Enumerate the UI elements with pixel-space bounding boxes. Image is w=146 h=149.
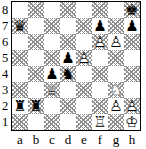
file-label-e: e	[76, 132, 92, 148]
rank-label-7: 7	[0, 18, 10, 34]
square-a8[interactable]	[12, 2, 28, 18]
chess-board: ♚♛♟♟♟♙♟♙♟♟♙♟♞♛♕♞♘♜♜♟♙♟♙♜♖♚♔	[11, 1, 141, 131]
file-label-c: c	[44, 132, 60, 148]
white-K-piece-h1[interactable]: ♔	[124, 114, 140, 130]
square-a6[interactable]	[12, 34, 28, 50]
white-P-piece-g6[interactable]: ♙	[108, 34, 124, 50]
square-f5[interactable]	[92, 50, 108, 66]
square-a3[interactable]	[12, 82, 28, 98]
square-a5[interactable]	[12, 50, 28, 66]
square-f6[interactable]: ♟♙	[92, 34, 108, 50]
square-f7[interactable]: ♟	[92, 18, 108, 34]
square-b5[interactable]	[28, 50, 44, 66]
rank-label-3: 3	[0, 82, 10, 98]
square-g7[interactable]	[108, 18, 124, 34]
square-g4[interactable]	[108, 66, 124, 82]
square-h6[interactable]	[124, 34, 140, 50]
square-g5[interactable]	[108, 50, 124, 66]
square-b4[interactable]	[28, 66, 44, 82]
white-Q-piece-c3[interactable]: ♕	[44, 82, 60, 98]
rank-label-4: 4	[0, 66, 10, 82]
white-P-piece-fill-g6: ♟	[108, 34, 124, 50]
square-f1[interactable]: ♜♖	[92, 114, 108, 130]
white-P-piece-fill-e5: ♟	[76, 50, 92, 66]
square-c7[interactable]	[44, 18, 60, 34]
white-P-piece-g2[interactable]: ♙	[108, 98, 124, 114]
file-label-a: a	[12, 132, 28, 148]
square-a7[interactable]: ♛	[12, 18, 28, 34]
square-c6[interactable]	[44, 34, 60, 50]
square-a4[interactable]	[12, 66, 28, 82]
square-c8[interactable]	[44, 2, 60, 18]
rank-label-2: 2	[0, 98, 10, 114]
square-d2[interactable]	[60, 98, 76, 114]
square-c2[interactable]	[44, 98, 60, 114]
square-d7[interactable]	[60, 18, 76, 34]
white-P-piece-e5[interactable]: ♙	[76, 50, 92, 66]
file-label-f: f	[92, 132, 108, 148]
file-label-g: g	[108, 132, 124, 148]
rank-label-8: 8	[0, 2, 10, 18]
square-b2[interactable]: ♜	[28, 98, 44, 114]
square-f8[interactable]	[92, 2, 108, 18]
square-g6[interactable]: ♟♙	[108, 34, 124, 50]
chess-diagram: 87654321 ♚♛♟♟♟♙♟♙♟♟♙♟♞♛♕♞♘♜♜♟♙♟♙♜♖♚♔ abc…	[0, 0, 146, 149]
square-d3[interactable]	[60, 82, 76, 98]
square-c4[interactable]: ♟	[44, 66, 60, 82]
white-Q-piece-fill-c3: ♛	[44, 82, 60, 98]
white-N-piece-fill-g3: ♞	[108, 82, 124, 98]
square-g2[interactable]: ♟♙	[108, 98, 124, 114]
square-d4[interactable]: ♞	[60, 66, 76, 82]
square-e7[interactable]	[76, 18, 92, 34]
square-h1[interactable]: ♚♔	[124, 114, 140, 130]
square-h8[interactable]: ♚	[124, 2, 140, 18]
white-P-piece-fill-g2: ♟	[108, 98, 124, 114]
square-f3[interactable]	[92, 82, 108, 98]
square-h3[interactable]	[124, 82, 140, 98]
square-a2[interactable]: ♜	[12, 98, 28, 114]
square-d6[interactable]	[60, 34, 76, 50]
file-coordinates: abcdefgh	[12, 132, 140, 148]
black-N-piece-d4[interactable]: ♞	[60, 66, 76, 82]
square-h4[interactable]	[124, 66, 140, 82]
square-b6[interactable]	[28, 34, 44, 50]
square-e4[interactable]	[76, 66, 92, 82]
rank-label-1: 1	[0, 114, 10, 130]
file-label-d: d	[60, 132, 76, 148]
square-g8[interactable]	[108, 2, 124, 18]
square-b1[interactable]	[28, 114, 44, 130]
square-b7[interactable]	[28, 18, 44, 34]
black-Q-piece-a7[interactable]: ♛	[12, 18, 28, 34]
black-R-piece-b2[interactable]: ♜	[28, 98, 44, 114]
square-e2[interactable]	[76, 98, 92, 114]
white-P-piece-h2[interactable]: ♙	[124, 98, 140, 114]
square-g3[interactable]: ♞♘	[108, 82, 124, 98]
square-e8[interactable]	[76, 2, 92, 18]
square-c3[interactable]: ♛♕	[44, 82, 60, 98]
square-g1[interactable]	[108, 114, 124, 130]
square-e3[interactable]	[76, 82, 92, 98]
rank-coordinates: 87654321	[0, 2, 10, 130]
square-d8[interactable]	[60, 2, 76, 18]
square-f2[interactable]	[92, 98, 108, 114]
square-c1[interactable]	[44, 114, 60, 130]
square-h7[interactable]: ♟	[124, 18, 140, 34]
square-a1[interactable]	[12, 114, 28, 130]
black-P-piece-c4[interactable]: ♟	[44, 66, 60, 82]
black-R-piece-a2[interactable]: ♜	[12, 98, 28, 114]
square-b8[interactable]	[28, 2, 44, 18]
black-K-piece-h8[interactable]: ♚	[124, 2, 140, 18]
white-P-piece-fill-h2: ♟	[124, 98, 140, 114]
white-R-piece-fill-f1: ♜	[92, 114, 108, 130]
white-N-piece-g3[interactable]: ♘	[108, 82, 124, 98]
square-b3[interactable]	[28, 82, 44, 98]
square-h2[interactable]: ♟♙	[124, 98, 140, 114]
black-P-piece-h7[interactable]: ♟	[124, 18, 140, 34]
white-P-piece-f6[interactable]: ♙	[92, 34, 108, 50]
rank-label-5: 5	[0, 50, 10, 66]
file-label-b: b	[28, 132, 44, 148]
white-K-piece-fill-h1: ♚	[124, 114, 140, 130]
black-P-piece-f7[interactable]: ♟	[92, 18, 108, 34]
square-e6[interactable]	[76, 34, 92, 50]
square-e1[interactable]	[76, 114, 92, 130]
black-P-piece-d5[interactable]: ♟	[60, 50, 76, 66]
square-e5[interactable]: ♟♙	[76, 50, 92, 66]
square-d5[interactable]: ♟	[60, 50, 76, 66]
file-label-h: h	[124, 132, 140, 148]
white-P-piece-fill-f6: ♟	[92, 34, 108, 50]
square-h5[interactable]	[124, 50, 140, 66]
square-d1[interactable]	[60, 114, 76, 130]
square-f4[interactable]	[92, 66, 108, 82]
white-R-piece-f1[interactable]: ♖	[92, 114, 108, 130]
rank-label-6: 6	[0, 34, 10, 50]
square-c5[interactable]	[44, 50, 60, 66]
